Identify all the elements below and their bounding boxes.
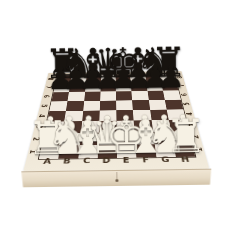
- file-label-c: C: [83, 157, 91, 165]
- file-label-g: G: [161, 156, 170, 164]
- square-g2: ♟: [153, 131, 173, 144]
- square-a8: ♜: [55, 75, 71, 83]
- square-g8: ♞: [145, 74, 161, 82]
- square-d6: [100, 91, 116, 100]
- square-d5: [100, 100, 117, 110]
- board-front-edge: [21, 169, 211, 188]
- square-b8: ♞: [71, 75, 87, 83]
- rank-label-left-8: 8: [46, 77, 56, 81]
- square-d8: ♛: [101, 75, 116, 83]
- rank-label-left-3: 3: [33, 124, 45, 130]
- board-frame: ♜♞♝♛♚♝♞♜♟♟♟♟♟♟♟♟♟♟♟♟♟♟♟♟♜♞♝♛♚♝♞♜ ABCDEFG…: [23, 71, 209, 171]
- square-e8: ♚: [116, 74, 131, 82]
- square-b2: ♟: [61, 133, 81, 146]
- square-g3: [151, 120, 171, 132]
- file-label-e: E: [123, 156, 130, 164]
- square-c6: [84, 91, 101, 100]
- rank-label-right-7: 7: [177, 83, 187, 87]
- square-e3: [116, 121, 134, 133]
- square-b4: [64, 111, 82, 122]
- square-f8: ♝: [130, 74, 146, 82]
- square-c2: ♟: [79, 132, 98, 145]
- square-g5: [148, 100, 166, 110]
- square-a3: [45, 122, 65, 134]
- square-g6: [147, 91, 164, 100]
- square-e2: ♟: [117, 132, 136, 145]
- square-e7: ♟: [116, 82, 132, 91]
- square-e4: [116, 110, 134, 121]
- square-f4: [133, 110, 151, 121]
- square-c3: [81, 121, 100, 133]
- rank-label-left-2: 2: [30, 136, 42, 142]
- square-e5: [116, 100, 133, 110]
- square-a7: ♟: [54, 83, 71, 92]
- chessboard: ♜♞♝♛♚♝♞♜♟♟♟♟♟♟♟♟♟♟♟♟♟♟♟♟♜♞♝♛♚♝♞♜ ABCDEFG…: [21, 0, 210, 171]
- rank-label-left-6: 6: [41, 94, 51, 99]
- clasp-dot: [115, 179, 118, 182]
- square-c4: [82, 111, 100, 122]
- square-b7: ♟: [69, 83, 85, 92]
- rank-label-right-2: 2: [189, 134, 202, 140]
- rank-label-left-4: 4: [36, 113, 47, 118]
- rank-label-right-8: 8: [175, 75, 185, 79]
- square-b6: [68, 92, 85, 101]
- rank-label-right-6: 6: [179, 92, 190, 97]
- square-d7: ♟: [100, 83, 116, 92]
- square-a2: ♟: [42, 133, 63, 146]
- rank-label-right-3: 3: [186, 122, 198, 128]
- file-label-a: A: [43, 157, 52, 165]
- square-d4: [99, 110, 116, 121]
- file-label-f: F: [142, 156, 149, 164]
- chess-set-photo: ♜♞♝♛♚♝♞♜♟♟♟♟♟♟♟♟♟♟♟♟♟♟♟♟♜♞♝♛♚♝♞♜ ABCDEFG…: [0, 0, 228, 228]
- rank-label-right-5: 5: [181, 101, 192, 106]
- rank-label-right-1: 1: [193, 146, 206, 153]
- square-g7: ♟: [146, 82, 163, 91]
- square-a5: [49, 101, 67, 111]
- square-d3: [99, 121, 117, 133]
- square-b3: [63, 121, 82, 133]
- file-label-b: B: [63, 157, 71, 165]
- square-a6: [52, 92, 70, 101]
- square-e6: [116, 91, 132, 100]
- square-c8: ♝: [86, 75, 101, 83]
- rank-label-left-1: 1: [27, 148, 40, 155]
- square-g4: [150, 110, 169, 121]
- seam-line: [116, 172, 117, 179]
- board-3d: ♜♞♝♛♚♝♞♜♟♟♟♟♟♟♟♟♟♟♟♟♟♟♟♟♜♞♝♛♚♝♞♜ ABCDEFG…: [23, 71, 209, 171]
- square-c7: ♟: [85, 83, 101, 92]
- square-a4: [47, 111, 66, 122]
- square-f5: [132, 100, 149, 110]
- square-b5: [66, 101, 84, 111]
- rank-label-right-4: 4: [184, 111, 195, 116]
- rank-label-left-5: 5: [39, 103, 50, 108]
- square-c5: [83, 101, 100, 111]
- square-f6: [132, 91, 149, 100]
- square-f3: [134, 120, 153, 132]
- square-f2: ♟: [135, 132, 155, 145]
- rank-label-left-7: 7: [43, 85, 53, 89]
- square-f7: ♟: [131, 82, 147, 91]
- file-label-h: H: [180, 156, 190, 164]
- file-label-d: D: [102, 157, 110, 165]
- board-grid: ♜♞♝♛♚♝♞♜♟♟♟♟♟♟♟♟♟♟♟♟♟♟♟♟♜♞♝♛♚♝♞♜: [38, 73, 197, 159]
- square-d2: ♟: [98, 132, 117, 145]
